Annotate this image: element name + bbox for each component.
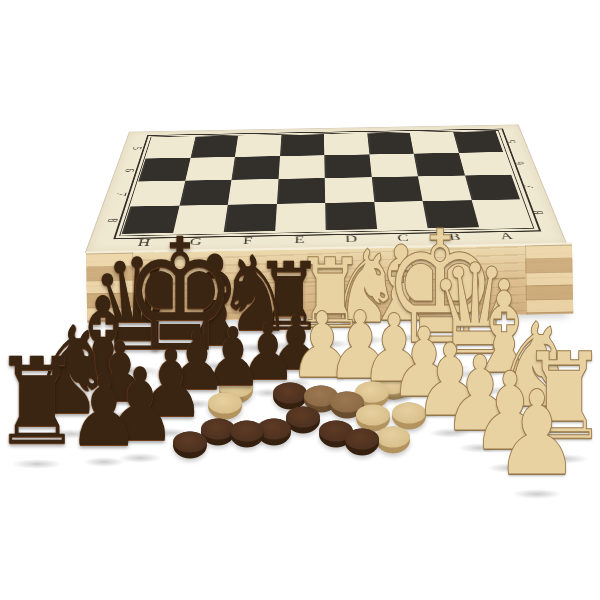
checker-disc-light: [376, 427, 410, 454]
square-e7: [276, 178, 325, 204]
rank-label-8-left: 8: [104, 218, 121, 222]
checker-disc-dark: [273, 383, 307, 410]
square-d6: [324, 154, 371, 178]
rank-label-6-left: 6: [121, 168, 136, 172]
square-h7: [130, 181, 185, 207]
rank-label-6-right: 6: [513, 161, 528, 164]
checker-disc-dark: [286, 407, 320, 434]
square-e5: [280, 134, 325, 156]
dark-rook-glyph: ♜: [0, 342, 81, 462]
checker-disc-dark: [230, 421, 264, 448]
checker-disc-dark: [345, 429, 379, 456]
checker-disc-dark: [173, 432, 207, 459]
square-b5: [410, 132, 459, 154]
rank-label-7-left: 7: [113, 192, 129, 196]
rank-label-5-left: 5: [129, 146, 143, 149]
chess-set-photo: HGFEDCBA 5678 5678 ♜♞♝♟♟♟♟♟♟♟♟♛♚♝♞♜♜♞♝♚♛…: [0, 0, 600, 600]
checker-disc-light: [208, 393, 242, 420]
square-a6: [458, 152, 511, 176]
square-c6: [369, 154, 418, 178]
square-e6: [278, 155, 325, 179]
square-f5: [235, 135, 281, 157]
square-d5: [324, 133, 369, 155]
rank-label-8-right: 8: [531, 210, 548, 214]
square-f6: [231, 156, 279, 180]
square-g6: [185, 157, 235, 181]
square-h6: [138, 158, 190, 182]
square-b6: [414, 153, 465, 177]
square-c5: [367, 133, 414, 155]
light-pawn-glyph: ♟: [494, 375, 580, 492]
square-f7: [228, 179, 278, 205]
rank-label-5-right: 5: [505, 140, 519, 143]
square-g5: [190, 136, 238, 158]
square-h5: [146, 137, 196, 159]
rank-label-7-right: 7: [521, 185, 537, 189]
square-g7: [179, 180, 231, 206]
square-e8: [275, 203, 326, 231]
square-d7: [325, 177, 374, 203]
square-a5: [453, 131, 503, 153]
